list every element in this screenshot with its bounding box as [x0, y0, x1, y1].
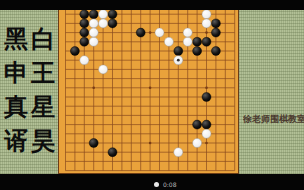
black-stone	[193, 37, 202, 46]
black-stone	[80, 19, 89, 28]
star-point	[92, 87, 95, 90]
player-control-bar[interactable]	[0, 174, 304, 190]
black-stone	[80, 37, 89, 46]
go-board	[58, 10, 239, 174]
right-panel: 徐老师围棋教室	[239, 10, 304, 174]
star-point	[149, 142, 152, 145]
black-stone	[193, 120, 202, 129]
black-stone	[108, 10, 117, 19]
black-player-char: 黑	[3, 22, 30, 56]
white-player-char: 星	[30, 90, 57, 124]
white-stone	[80, 56, 89, 65]
star-point	[205, 31, 208, 34]
black-stone	[108, 148, 117, 157]
black-stone	[193, 47, 202, 56]
white-stone	[99, 19, 108, 28]
last-move-marker	[177, 59, 180, 62]
white-stone	[99, 10, 108, 19]
star-point	[149, 87, 152, 90]
black-stone	[80, 10, 89, 19]
black-stone	[202, 93, 211, 102]
black-stone	[89, 139, 98, 148]
white-stone	[202, 10, 211, 19]
time-label: 0:08	[163, 181, 176, 188]
star-point	[149, 31, 152, 34]
letterbox-top-bar	[0, 0, 304, 10]
star-point	[205, 142, 208, 145]
player-names: 黑白申王真星谞昊	[0, 22, 59, 158]
go-board-grid	[59, 10, 240, 174]
black-player-char: 真	[3, 90, 30, 124]
white-stone	[183, 28, 192, 37]
black-stone	[89, 10, 98, 19]
black-player-char: 谞	[3, 124, 30, 158]
black-stone	[108, 19, 117, 28]
black-stone	[70, 47, 79, 56]
white-stone	[89, 19, 98, 28]
black-stone	[211, 19, 220, 28]
black-stone	[80, 28, 89, 37]
white-stone	[89, 37, 98, 46]
play-indicator-icon[interactable]	[154, 182, 159, 187]
white-player-char: 王	[30, 56, 57, 90]
white-stone	[174, 148, 183, 157]
white-stone	[89, 28, 98, 37]
black-stone	[211, 47, 220, 56]
players-panel: 黑白申王真星谞昊	[0, 10, 59, 174]
white-stone	[193, 139, 202, 148]
black-stone	[202, 120, 211, 129]
black-stone	[211, 28, 220, 37]
channel-caption: 徐老师围棋教室	[243, 113, 304, 126]
white-stone	[183, 37, 192, 46]
white-stone	[202, 129, 211, 138]
white-player-char: 白	[30, 22, 57, 56]
video-frame: 黑白申王真星谞昊 徐老师围棋教室 0:08	[0, 0, 304, 190]
white-stone	[155, 28, 164, 37]
white-player-char: 昊	[30, 124, 57, 158]
star-point	[205, 87, 208, 90]
white-stone	[202, 19, 211, 28]
black-player-char: 申	[3, 56, 30, 90]
white-stone	[164, 37, 173, 46]
black-stone	[202, 37, 211, 46]
black-stone	[174, 47, 183, 56]
white-stone	[99, 65, 108, 74]
black-stone	[136, 28, 145, 37]
